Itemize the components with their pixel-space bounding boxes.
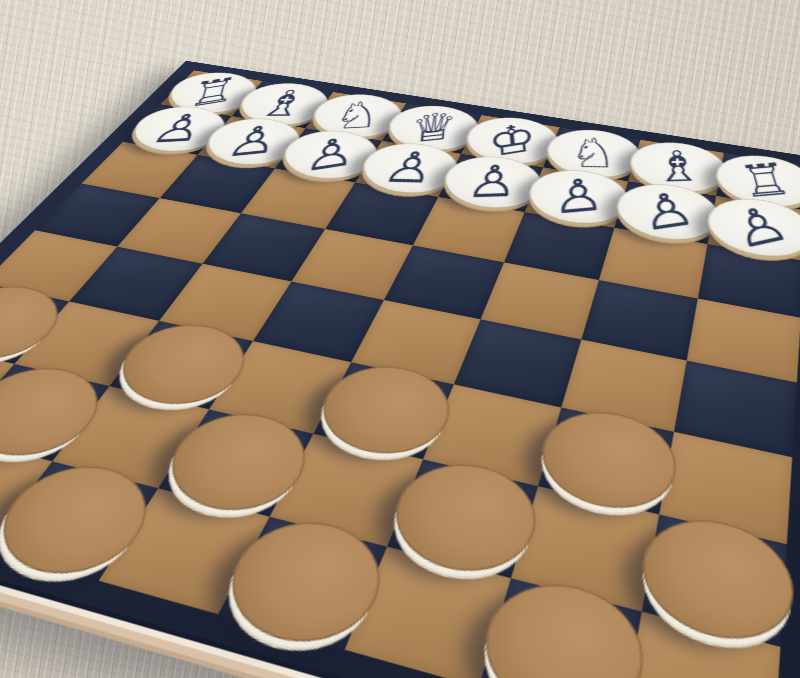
- pawn-icon: ♙: [222, 120, 285, 164]
- pawn-icon: ♙: [637, 185, 699, 239]
- pawn-icon: ♙: [553, 172, 606, 221]
- pawn-icon: ♙: [725, 199, 796, 257]
- board-perspective-wrap: ♖♗♘♕♔♘♗♖♙♙♙♙♙♙♙♙: [0, 61, 800, 678]
- photo-scene: ♖♗♘♕♔♘♗♖♙♙♙♙♙♙♙♙: [0, 0, 800, 678]
- chess-board: ♖♗♘♕♔♘♗♖♙♙♙♙♙♙♙♙: [0, 61, 800, 678]
- board-grid: ♖♗♘♕♔♘♗♖♙♙♙♙♙♙♙♙: [0, 70, 800, 678]
- pawn-icon: ♙: [302, 131, 358, 178]
- pawn-icon: ♙: [145, 109, 214, 149]
- pawn-icon: ♙: [378, 146, 442, 189]
- pawn-icon: ♙: [464, 160, 521, 205]
